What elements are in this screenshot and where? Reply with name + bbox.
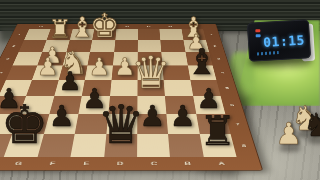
white-pawn-g4[interactable]: ♟ — [37, 55, 59, 79]
outdoor-chess-scene: HH11GG22FF33EE44DD55CC66BB77AA88 ♝♚♝♜♟♟♝… — [0, 0, 320, 180]
file-label-top-D: D — [125, 26, 129, 28]
black-bishop-a4[interactable]: ♝ — [186, 44, 218, 79]
clock-red-indicator — [255, 29, 260, 32]
white-pawn-e4[interactable]: ♟ — [88, 55, 110, 79]
chess-clock[interactable]: 01:15 — [247, 19, 311, 62]
white-rook-g1[interactable]: ♜ — [49, 16, 72, 41]
white-queen-c5[interactable]: ♛ — [131, 50, 171, 94]
black-pawn-f7[interactable]: ♟ — [49, 102, 75, 131]
white-bishop-f1[interactable]: ♝ — [70, 14, 95, 42]
rank-label-right-5: 5 — [225, 86, 229, 89]
square-b8[interactable] — [168, 134, 203, 157]
file-label-bottom-G: G — [14, 161, 23, 167]
file-label-top-C: C — [147, 26, 151, 28]
square-c1[interactable] — [138, 29, 161, 40]
file-label-bottom-E: E — [83, 161, 90, 167]
rank-label-left-4: 4 — [0, 71, 4, 74]
file-label-bottom-C: C — [151, 161, 158, 167]
rank-label-right-6: 6 — [230, 103, 235, 107]
black-rook-a8[interactable]: ♜ — [199, 111, 236, 152]
file-label-bottom-A: A — [218, 161, 226, 167]
clock-buttons[interactable] — [257, 51, 279, 55]
file-label-top-B: B — [168, 26, 172, 28]
rank-label-right-1: 1 — [210, 33, 214, 35]
file-label-bottom-D: D — [117, 161, 124, 167]
rank-label-right-4: 4 — [221, 71, 225, 74]
file-label-bottom-B: B — [184, 161, 191, 167]
rank-label-left-2: 2 — [12, 45, 16, 48]
captured-black-knight[interactable]: ♞ — [303, 109, 320, 141]
black-queen-d8[interactable]: ♛ — [97, 99, 145, 152]
black-pawn-b7[interactable]: ♟ — [170, 102, 196, 131]
file-label-bottom-F: F — [49, 161, 56, 167]
black-pawn-f5[interactable]: ♟ — [58, 69, 81, 95]
clock-time-display: 01:15 — [261, 32, 308, 50]
rank-label-left-3: 3 — [6, 57, 10, 60]
file-label-top-H: H — [39, 26, 44, 28]
rank-label-left-1: 1 — [17, 33, 21, 35]
square-b1[interactable] — [160, 29, 184, 40]
rank-label-right-8: 8 — [241, 143, 247, 148]
black-king-g8[interactable]: ♚ — [1, 99, 49, 152]
